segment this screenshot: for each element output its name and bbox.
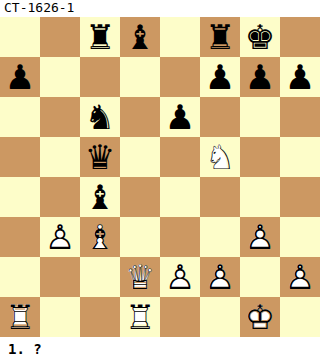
square-c5[interactable]: ♛ (80, 137, 120, 177)
square-h1[interactable] (280, 297, 320, 337)
black-rook-c8[interactable]: ♜ (80, 17, 120, 57)
square-g5[interactable] (240, 137, 280, 177)
square-d1[interactable]: ♜♖ (120, 297, 160, 337)
square-a2[interactable] (0, 257, 40, 297)
black-knight-c6[interactable]: ♞ (80, 97, 120, 137)
black-queen-c5[interactable]: ♛ (80, 137, 120, 177)
black-pawn-e6[interactable]: ♟ (160, 97, 200, 137)
square-c7[interactable] (80, 57, 120, 97)
square-b8[interactable] (40, 17, 80, 57)
white-pawn-f2[interactable]: ♟♙ (200, 257, 240, 297)
piece-outline-layer: ♕ (120, 257, 160, 297)
square-b2[interactable] (40, 257, 80, 297)
square-d2[interactable]: ♛♕ (120, 257, 160, 297)
square-c3[interactable]: ♝♗ (80, 217, 120, 257)
square-a5[interactable] (0, 137, 40, 177)
piece-outline-layer: ♖ (120, 297, 160, 337)
piece-outline-layer: ♘ (200, 137, 240, 177)
square-b7[interactable] (40, 57, 80, 97)
white-rook-a1[interactable]: ♜♖ (0, 297, 40, 337)
square-g1[interactable]: ♚♔ (240, 297, 280, 337)
square-f4[interactable] (200, 177, 240, 217)
square-d6[interactable] (120, 97, 160, 137)
square-e2[interactable]: ♟♙ (160, 257, 200, 297)
square-g2[interactable] (240, 257, 280, 297)
square-g8[interactable]: ♚ (240, 17, 280, 57)
square-a4[interactable] (0, 177, 40, 217)
square-d5[interactable] (120, 137, 160, 177)
black-bishop-d8[interactable]: ♝ (120, 17, 160, 57)
square-e8[interactable] (160, 17, 200, 57)
square-h3[interactable] (280, 217, 320, 257)
piece-outline-layer: ♖ (0, 297, 40, 337)
square-b3[interactable]: ♟♙ (40, 217, 80, 257)
square-d3[interactable] (120, 217, 160, 257)
black-pawn-f7[interactable]: ♟ (200, 57, 240, 97)
white-pawn-e2[interactable]: ♟♙ (160, 257, 200, 297)
square-a6[interactable] (0, 97, 40, 137)
piece-outline-layer: ♙ (160, 257, 200, 297)
square-a1[interactable]: ♜♖ (0, 297, 40, 337)
square-g7[interactable]: ♟ (240, 57, 280, 97)
piece-outline-layer: ♙ (280, 257, 320, 297)
square-f6[interactable] (200, 97, 240, 137)
piece-outline-layer: ♙ (40, 217, 80, 257)
white-queen-d2[interactable]: ♛♕ (120, 257, 160, 297)
square-e6[interactable]: ♟ (160, 97, 200, 137)
move-prompt: 1. ? (0, 337, 320, 360)
white-king-g1[interactable]: ♚♔ (240, 297, 280, 337)
white-pawn-g3[interactable]: ♟♙ (240, 217, 280, 257)
square-h6[interactable] (280, 97, 320, 137)
square-d4[interactable] (120, 177, 160, 217)
white-pawn-h2[interactable]: ♟♙ (280, 257, 320, 297)
square-a7[interactable]: ♟ (0, 57, 40, 97)
square-c6[interactable]: ♞ (80, 97, 120, 137)
black-king-g8[interactable]: ♚ (240, 17, 280, 57)
square-d7[interactable] (120, 57, 160, 97)
white-rook-d1[interactable]: ♜♖ (120, 297, 160, 337)
square-f5[interactable]: ♞♘ (200, 137, 240, 177)
square-h2[interactable]: ♟♙ (280, 257, 320, 297)
square-g4[interactable] (240, 177, 280, 217)
square-c2[interactable] (80, 257, 120, 297)
square-h7[interactable]: ♟ (280, 57, 320, 97)
piece-outline-layer: ♙ (200, 257, 240, 297)
square-d8[interactable]: ♝ (120, 17, 160, 57)
square-c8[interactable]: ♜ (80, 17, 120, 57)
piece-outline-layer: ♙ (240, 217, 280, 257)
square-e4[interactable] (160, 177, 200, 217)
square-h4[interactable] (280, 177, 320, 217)
chess-board: ♜♝♜♚♟♟♟♟♞♟♛♞♘♝♟♙♝♗♟♙♛♕♟♙♟♙♟♙♜♖♜♖♚♔ (0, 17, 320, 337)
black-bishop-c4[interactable]: ♝ (80, 177, 120, 217)
white-pawn-b3[interactable]: ♟♙ (40, 217, 80, 257)
square-a8[interactable] (0, 17, 40, 57)
square-b1[interactable] (40, 297, 80, 337)
square-h8[interactable] (280, 17, 320, 57)
square-e3[interactable] (160, 217, 200, 257)
square-g6[interactable] (240, 97, 280, 137)
black-pawn-g7[interactable]: ♟ (240, 57, 280, 97)
black-pawn-a7[interactable]: ♟ (0, 57, 40, 97)
square-h5[interactable] (280, 137, 320, 177)
square-b6[interactable] (40, 97, 80, 137)
square-g3[interactable]: ♟♙ (240, 217, 280, 257)
square-a3[interactable] (0, 217, 40, 257)
square-f1[interactable] (200, 297, 240, 337)
square-f7[interactable]: ♟ (200, 57, 240, 97)
square-e5[interactable] (160, 137, 200, 177)
square-c4[interactable]: ♝ (80, 177, 120, 217)
square-c1[interactable] (80, 297, 120, 337)
square-f3[interactable] (200, 217, 240, 257)
black-rook-f8[interactable]: ♜ (200, 17, 240, 57)
puzzle-title: CT-1626-1 (0, 0, 320, 17)
black-pawn-h7[interactable]: ♟ (280, 57, 320, 97)
piece-outline-layer: ♗ (80, 217, 120, 257)
piece-outline-layer: ♔ (240, 297, 280, 337)
square-e7[interactable] (160, 57, 200, 97)
square-f2[interactable]: ♟♙ (200, 257, 240, 297)
square-b5[interactable] (40, 137, 80, 177)
square-e1[interactable] (160, 297, 200, 337)
white-bishop-c3[interactable]: ♝♗ (80, 217, 120, 257)
white-knight-f5[interactable]: ♞♘ (200, 137, 240, 177)
square-b4[interactable] (40, 177, 80, 217)
square-f8[interactable]: ♜ (200, 17, 240, 57)
